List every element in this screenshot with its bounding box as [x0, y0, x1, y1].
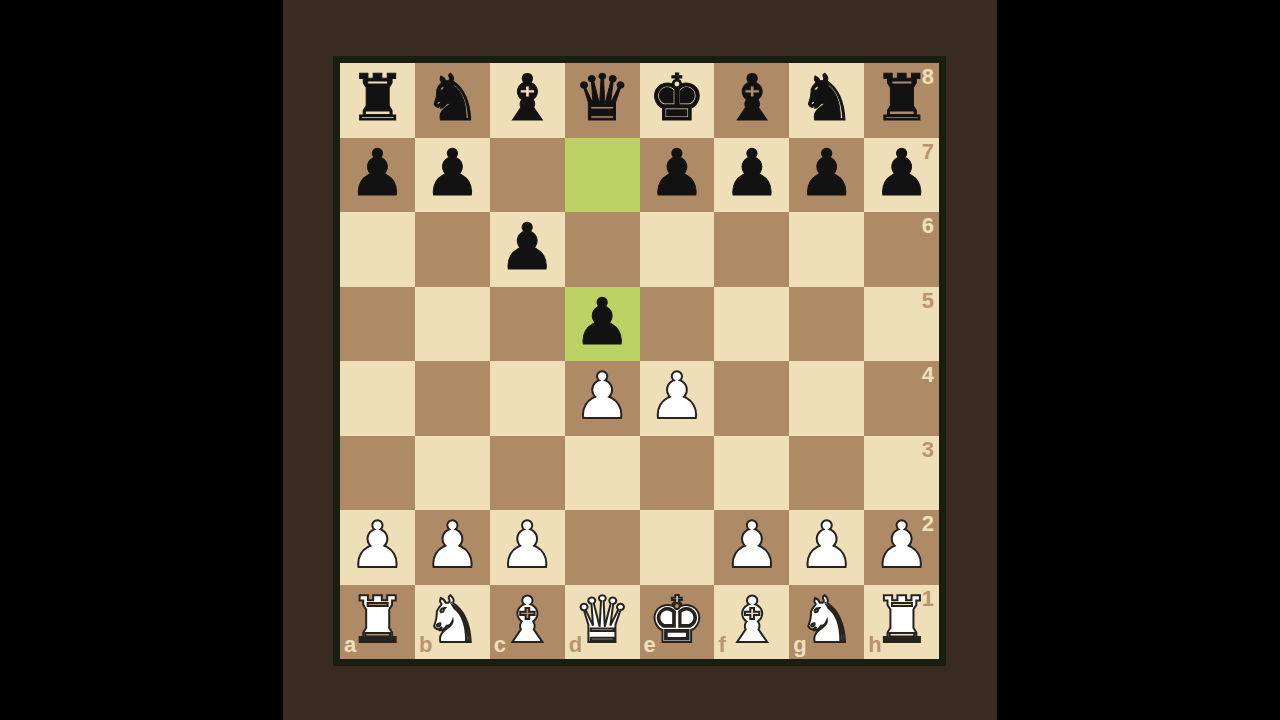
piece-white-knight-g1[interactable]: ♞ — [798, 585, 855, 657]
chess-board-frame: ♜♞♝♛♚♝♞8♜♟♟♟♟♟7♟♟6♟5♟♟43♟♟♟♟♟2♟a♜b♞c♝d♛e… — [333, 56, 946, 666]
square-d4[interactable]: ♟ — [565, 361, 640, 436]
square-e6[interactable] — [640, 212, 715, 287]
piece-black-bishop-c8[interactable]: ♝ — [499, 63, 556, 135]
piece-black-rook-a8[interactable]: ♜ — [349, 63, 406, 135]
square-g2[interactable]: ♟ — [789, 510, 864, 585]
piece-white-pawn-f2[interactable]: ♟ — [723, 510, 780, 582]
square-e2[interactable] — [640, 510, 715, 585]
square-e5[interactable] — [640, 287, 715, 362]
square-a3[interactable] — [340, 436, 415, 511]
square-g7[interactable]: ♟ — [789, 138, 864, 213]
square-f6[interactable] — [714, 212, 789, 287]
square-h6[interactable]: 6 — [864, 212, 939, 287]
square-e7[interactable]: ♟ — [640, 138, 715, 213]
piece-white-bishop-c1[interactable]: ♝ — [499, 585, 556, 657]
piece-white-knight-b1[interactable]: ♞ — [424, 585, 481, 657]
piece-black-pawn-c6[interactable]: ♟ — [499, 212, 556, 284]
chess-board[interactable]: ♜♞♝♛♚♝♞8♜♟♟♟♟♟7♟♟6♟5♟♟43♟♟♟♟♟2♟a♜b♞c♝d♛e… — [340, 63, 939, 659]
square-h3[interactable]: 3 — [864, 436, 939, 511]
square-f4[interactable] — [714, 361, 789, 436]
square-b1[interactable]: b♞ — [415, 585, 490, 660]
square-a1[interactable]: a♜ — [340, 585, 415, 660]
square-g8[interactable]: ♞ — [789, 63, 864, 138]
piece-black-pawn-g7[interactable]: ♟ — [798, 138, 855, 210]
square-b4[interactable] — [415, 361, 490, 436]
piece-white-king-e1[interactable]: ♚ — [648, 585, 705, 657]
square-a4[interactable] — [340, 361, 415, 436]
piece-white-pawn-a2[interactable]: ♟ — [349, 510, 406, 582]
square-b7[interactable]: ♟ — [415, 138, 490, 213]
square-d2[interactable] — [565, 510, 640, 585]
square-g6[interactable] — [789, 212, 864, 287]
piece-black-pawn-e7[interactable]: ♟ — [648, 138, 705, 210]
piece-white-bishop-f1[interactable]: ♝ — [723, 585, 780, 657]
piece-white-pawn-c2[interactable]: ♟ — [499, 510, 556, 582]
piece-black-king-e8[interactable]: ♚ — [648, 63, 705, 135]
square-f8[interactable]: ♝ — [714, 63, 789, 138]
square-h5[interactable]: 5 — [864, 287, 939, 362]
square-f2[interactable]: ♟ — [714, 510, 789, 585]
square-e8[interactable]: ♚ — [640, 63, 715, 138]
square-h8[interactable]: 8♜ — [864, 63, 939, 138]
square-d6[interactable] — [565, 212, 640, 287]
piece-black-knight-b8[interactable]: ♞ — [424, 63, 481, 135]
piece-black-rook-h8[interactable]: ♜ — [873, 63, 930, 135]
square-e4[interactable]: ♟ — [640, 361, 715, 436]
piece-white-pawn-e4[interactable]: ♟ — [648, 361, 705, 433]
square-g3[interactable] — [789, 436, 864, 511]
square-a8[interactable]: ♜ — [340, 63, 415, 138]
piece-white-rook-h1[interactable]: ♜ — [873, 585, 930, 657]
rank-label-5: 5 — [922, 290, 934, 312]
square-h4[interactable]: 4 — [864, 361, 939, 436]
square-e1[interactable]: e♚ — [640, 585, 715, 660]
piece-black-pawn-f7[interactable]: ♟ — [723, 138, 780, 210]
video-frame: ♜♞♝♛♚♝♞8♜♟♟♟♟♟7♟♟6♟5♟♟43♟♟♟♟♟2♟a♜b♞c♝d♛e… — [0, 0, 1280, 720]
square-c4[interactable] — [490, 361, 565, 436]
piece-black-bishop-f8[interactable]: ♝ — [723, 63, 780, 135]
square-c5[interactable] — [490, 287, 565, 362]
piece-white-pawn-b2[interactable]: ♟ — [424, 510, 481, 582]
square-d7[interactable] — [565, 138, 640, 213]
rank-label-6: 6 — [922, 215, 934, 237]
square-a6[interactable] — [340, 212, 415, 287]
square-f3[interactable] — [714, 436, 789, 511]
stage-background: ♜♞♝♛♚♝♞8♜♟♟♟♟♟7♟♟6♟5♟♟43♟♟♟♟♟2♟a♜b♞c♝d♛e… — [283, 0, 997, 720]
square-a7[interactable]: ♟ — [340, 138, 415, 213]
square-b6[interactable] — [415, 212, 490, 287]
piece-black-pawn-b7[interactable]: ♟ — [424, 138, 481, 210]
piece-black-pawn-d5[interactable]: ♟ — [573, 287, 630, 359]
square-b5[interactable] — [415, 287, 490, 362]
square-c2[interactable]: ♟ — [490, 510, 565, 585]
square-g4[interactable] — [789, 361, 864, 436]
piece-white-pawn-h2[interactable]: ♟ — [873, 510, 930, 582]
piece-black-pawn-h7[interactable]: ♟ — [873, 138, 930, 210]
square-e3[interactable] — [640, 436, 715, 511]
piece-white-queen-d1[interactable]: ♛ — [573, 585, 630, 657]
square-d3[interactable] — [565, 436, 640, 511]
piece-white-pawn-g2[interactable]: ♟ — [798, 510, 855, 582]
square-f5[interactable] — [714, 287, 789, 362]
square-d8[interactable]: ♛ — [565, 63, 640, 138]
square-f7[interactable]: ♟ — [714, 138, 789, 213]
square-a2[interactable]: ♟ — [340, 510, 415, 585]
square-c1[interactable]: c♝ — [490, 585, 565, 660]
square-b8[interactable]: ♞ — [415, 63, 490, 138]
square-f1[interactable]: f♝ — [714, 585, 789, 660]
square-c7[interactable] — [490, 138, 565, 213]
square-c3[interactable] — [490, 436, 565, 511]
piece-white-rook-a1[interactable]: ♜ — [349, 585, 406, 657]
square-c6[interactable]: ♟ — [490, 212, 565, 287]
square-d5[interactable]: ♟ — [565, 287, 640, 362]
rank-label-3: 3 — [922, 439, 934, 461]
square-b3[interactable] — [415, 436, 490, 511]
square-c8[interactable]: ♝ — [490, 63, 565, 138]
piece-black-pawn-a7[interactable]: ♟ — [349, 138, 406, 210]
piece-white-pawn-d4[interactable]: ♟ — [573, 361, 630, 433]
piece-black-knight-g8[interactable]: ♞ — [798, 63, 855, 135]
rank-label-4: 4 — [922, 364, 934, 386]
square-g1[interactable]: g♞ — [789, 585, 864, 660]
square-d1[interactable]: d♛ — [565, 585, 640, 660]
square-b2[interactable]: ♟ — [415, 510, 490, 585]
square-h7[interactable]: 7♟ — [864, 138, 939, 213]
square-h1[interactable]: h1♜ — [864, 585, 939, 660]
square-g5[interactable] — [789, 287, 864, 362]
square-h2[interactable]: 2♟ — [864, 510, 939, 585]
square-a5[interactable] — [340, 287, 415, 362]
piece-black-queen-d8[interactable]: ♛ — [573, 63, 630, 135]
